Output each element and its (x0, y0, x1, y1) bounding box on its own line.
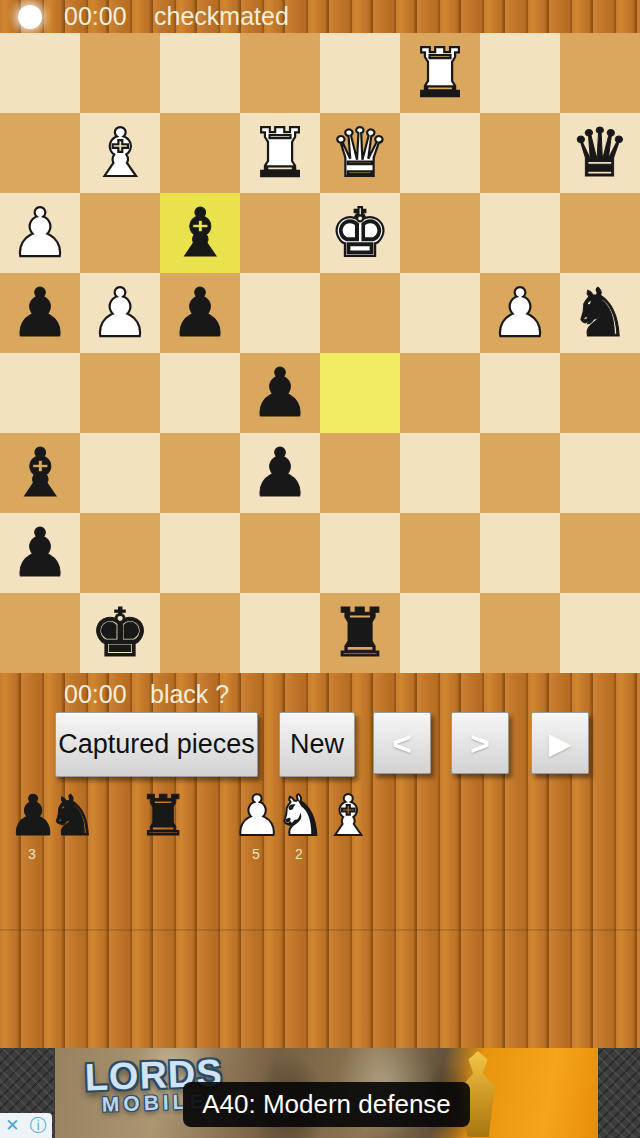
app-screen: 00:00 checkmated ♜♝♜♛♛♟♝♚♟♟♟♟♞♟♝♟♟♚♜ 00:… (0, 0, 640, 1138)
square-g1[interactable] (80, 33, 160, 113)
square-e6[interactable]: ♟ (240, 433, 320, 513)
black-queen: ♛ (570, 120, 630, 187)
square-h3[interactable]: ♟ (0, 193, 80, 273)
black-clock: 00:00 (64, 679, 127, 710)
square-d5[interactable] (320, 353, 400, 433)
prev-move-button[interactable]: < (373, 712, 431, 774)
captured-black-rook: ♜ (138, 788, 186, 862)
square-d2[interactable]: ♛ (320, 113, 400, 193)
square-c6[interactable] (400, 433, 480, 513)
new-game-button[interactable]: New (279, 712, 355, 777)
square-c1[interactable]: ♜ (400, 33, 480, 113)
ad-banner[interactable]: LORDS MOBILE A40: Modern defense ✕ ⓘ (0, 1048, 640, 1138)
captured-count (138, 846, 186, 862)
square-f3[interactable]: ♝ (160, 193, 240, 273)
square-g2[interactable]: ♝ (80, 113, 160, 193)
white-player-indicator-icon (18, 5, 42, 29)
white-clock: 00:00 (64, 1, 127, 32)
white-queen: ♛ (330, 120, 390, 187)
captured-white-knight: ♞2 (275, 788, 323, 862)
play-button[interactable]: ▶ (531, 712, 589, 774)
square-f7[interactable] (160, 513, 240, 593)
black-bishop: ♝ (170, 200, 230, 267)
white-pawn: ♟ (490, 280, 550, 347)
square-d3[interactable]: ♚ (320, 193, 400, 273)
square-h7[interactable]: ♟ (0, 513, 80, 593)
square-e4[interactable] (240, 273, 320, 353)
square-e8[interactable] (240, 593, 320, 673)
square-b1[interactable] (480, 33, 560, 113)
captured-count (323, 846, 371, 862)
square-d7[interactable] (320, 513, 400, 593)
square-f4[interactable]: ♟ (160, 273, 240, 353)
captured-white-pawn: ♟5 (232, 788, 280, 862)
square-h1[interactable] (0, 33, 80, 113)
square-c2[interactable] (400, 113, 480, 193)
square-b8[interactable] (480, 593, 560, 673)
square-g4[interactable]: ♟ (80, 273, 160, 353)
black-bishop: ♝ (10, 440, 70, 507)
captured-white-bishop: ♝ (323, 788, 371, 862)
square-h2[interactable] (0, 113, 80, 193)
square-a7[interactable] (560, 513, 640, 593)
square-h8[interactable] (0, 593, 80, 673)
chess-board: ♜♝♜♛♛♟♝♚♟♟♟♟♞♟♝♟♟♚♜ (0, 33, 640, 673)
square-f6[interactable] (160, 433, 240, 513)
captured-count: 2 (275, 846, 323, 862)
square-g5[interactable] (80, 353, 160, 433)
captured-pieces-button[interactable]: Captured pieces (55, 712, 258, 777)
black-rook: ♜ (330, 600, 390, 667)
ad-info-icon[interactable]: ⓘ (30, 1117, 47, 1134)
square-f5[interactable] (160, 353, 240, 433)
square-d4[interactable] (320, 273, 400, 353)
square-b6[interactable] (480, 433, 560, 513)
square-b5[interactable] (480, 353, 560, 433)
square-a4[interactable]: ♞ (560, 273, 640, 353)
black-pawn: ♟ (250, 440, 310, 507)
black-knight: ♞ (570, 280, 630, 347)
square-d6[interactable] (320, 433, 400, 513)
square-a3[interactable] (560, 193, 640, 273)
square-c5[interactable] (400, 353, 480, 433)
square-f2[interactable] (160, 113, 240, 193)
square-a5[interactable] (560, 353, 640, 433)
square-a6[interactable] (560, 433, 640, 513)
square-g6[interactable] (80, 433, 160, 513)
black-pawn: ♟ (10, 280, 70, 347)
white-rook: ♜ (410, 40, 470, 107)
square-f8[interactable] (160, 593, 240, 673)
captured-count: 5 (232, 846, 280, 862)
square-h6[interactable]: ♝ (0, 433, 80, 513)
white-bishop: ♝ (90, 120, 150, 187)
square-c3[interactable] (400, 193, 480, 273)
square-a1[interactable] (560, 33, 640, 113)
square-a2[interactable]: ♛ (560, 113, 640, 193)
square-d8[interactable]: ♜ (320, 593, 400, 673)
square-e3[interactable] (240, 193, 320, 273)
black-pawn: ♟ (250, 360, 310, 427)
game-status: checkmated (154, 1, 289, 32)
square-b4[interactable]: ♟ (480, 273, 560, 353)
white-rook: ♜ (250, 120, 310, 187)
white-pawn: ♟ (90, 280, 150, 347)
square-c4[interactable] (400, 273, 480, 353)
square-b2[interactable] (480, 113, 560, 193)
ad-controls: ✕ ⓘ (0, 1113, 52, 1138)
square-e5[interactable]: ♟ (240, 353, 320, 433)
square-g3[interactable] (80, 193, 160, 273)
square-e1[interactable] (240, 33, 320, 113)
square-d1[interactable] (320, 33, 400, 113)
square-e2[interactable]: ♜ (240, 113, 320, 193)
square-b7[interactable] (480, 513, 560, 593)
turn-indicator: black ? (150, 679, 229, 710)
square-e7[interactable] (240, 513, 320, 593)
black-knight-icon: ♞ (47, 783, 97, 848)
next-move-button[interactable]: > (451, 712, 509, 774)
white-pawn: ♟ (10, 200, 70, 267)
black-pawn: ♟ (170, 280, 230, 347)
white-bishop-icon: ♝ (323, 783, 373, 848)
square-g7[interactable] (80, 513, 160, 593)
black-rook-icon: ♜ (138, 783, 188, 848)
square-b3[interactable] (480, 193, 560, 273)
square-c7[interactable] (400, 513, 480, 593)
top-bar: 00:00 checkmated (0, 0, 640, 33)
square-a8[interactable] (560, 593, 640, 673)
ad-close-icon[interactable]: ✕ (5, 1117, 19, 1134)
opening-name-banner: A40: Modern defense (183, 1082, 470, 1127)
black-king: ♚ (90, 600, 150, 667)
captured-black-knight: ♞ (47, 788, 95, 862)
square-c8[interactable] (400, 593, 480, 673)
square-h4[interactable]: ♟ (0, 273, 80, 353)
captured-count (47, 846, 95, 862)
white-knight-icon: ♞ (275, 783, 325, 848)
square-g8[interactable]: ♚ (80, 593, 160, 673)
square-f1[interactable] (160, 33, 240, 113)
square-h5[interactable] (0, 353, 80, 433)
white-king: ♚ (330, 200, 390, 267)
black-pawn: ♟ (10, 520, 70, 587)
